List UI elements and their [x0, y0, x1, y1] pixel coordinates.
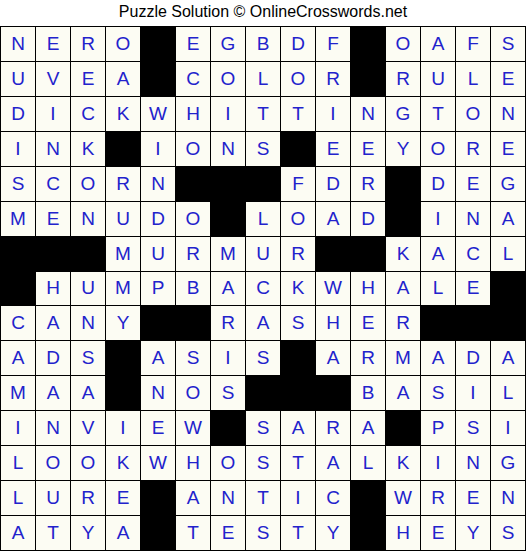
letter-cell: L [351, 446, 385, 480]
letter-cell: N [491, 481, 525, 515]
letter-cell: I [36, 97, 70, 131]
letter-cell: A [316, 446, 350, 480]
letter-cell: A [1, 341, 35, 375]
black-cell [141, 27, 175, 61]
letter-cell: R [386, 306, 420, 340]
letter-cell: K [386, 446, 420, 480]
letter-cell: A [211, 272, 245, 306]
letter-cell: C [71, 97, 105, 131]
letter-cell: L [1, 481, 35, 515]
letter-cell: T [421, 97, 455, 131]
black-cell [141, 306, 175, 340]
letter-cell: G [491, 167, 525, 201]
letter-cell: R [316, 62, 350, 96]
letter-cell: R [421, 481, 455, 515]
crossword-grid: NEROEGBDFOAFSUVEACOLORRULEDICKWHITTINGTO… [0, 26, 526, 551]
letter-cell: A [386, 376, 420, 410]
letter-cell: L [421, 272, 455, 306]
black-cell [316, 237, 350, 271]
letter-cell: I [491, 411, 525, 445]
letter-cell: D [281, 27, 315, 61]
letter-cell: W [176, 411, 210, 445]
letter-cell: D [36, 341, 70, 375]
letter-cell: C [176, 62, 210, 96]
letter-cell: A [246, 306, 280, 340]
letter-cell: I [141, 132, 175, 166]
letter-cell: A [386, 272, 420, 306]
letter-cell: O [386, 27, 420, 61]
puzzle-solution-page: Puzzle Solution © OnlineCrosswords.net N… [0, 0, 526, 551]
letter-cell: T [36, 516, 70, 550]
letter-cell: O [71, 167, 105, 201]
letter-cell: F [456, 27, 490, 61]
black-cell [491, 306, 525, 340]
letter-cell: M [1, 376, 35, 410]
letter-cell: A [421, 27, 455, 61]
letter-cell: A [421, 341, 455, 375]
letter-cell: S [491, 516, 525, 550]
letter-cell: A [1, 516, 35, 550]
letter-cell: N [36, 411, 70, 445]
black-cell [176, 167, 210, 201]
letter-cell: A [491, 202, 525, 236]
letter-cell: Y [316, 516, 350, 550]
letter-cell: N [36, 132, 70, 166]
letter-cell: S [421, 376, 455, 410]
letter-cell: M [211, 237, 245, 271]
letter-cell: I [421, 202, 455, 236]
black-cell [351, 62, 385, 96]
letter-cell: D [316, 167, 350, 201]
letter-cell: U [246, 237, 280, 271]
black-cell [106, 132, 140, 166]
letter-cell: E [106, 481, 140, 515]
letter-cell: M [386, 341, 420, 375]
letter-cell: P [421, 411, 455, 445]
letter-cell: H [176, 446, 210, 480]
letter-cell: L [456, 62, 490, 96]
letter-cell: O [176, 132, 210, 166]
black-cell [456, 306, 490, 340]
black-cell [106, 376, 140, 410]
letter-cell: I [281, 481, 315, 515]
letter-cell: S [246, 446, 280, 480]
letter-cell: N [456, 446, 490, 480]
letter-cell: R [71, 27, 105, 61]
letter-cell: A [36, 376, 70, 410]
letter-cell: S [491, 27, 525, 61]
black-cell [491, 272, 525, 306]
black-cell [246, 376, 280, 410]
letter-cell: E [491, 62, 525, 96]
letter-cell: L [491, 237, 525, 271]
letter-cell: G [386, 97, 420, 131]
letter-cell: T [281, 446, 315, 480]
letter-cell: T [281, 516, 315, 550]
letter-cell: T [246, 97, 280, 131]
letter-cell: S [246, 132, 280, 166]
letter-cell: Y [386, 132, 420, 166]
letter-cell: S [176, 341, 210, 375]
letter-cell: A [36, 306, 70, 340]
letter-cell: A [316, 341, 350, 375]
letter-cell: M [106, 272, 140, 306]
letter-cell: N [351, 97, 385, 131]
letter-cell: E [456, 481, 490, 515]
letter-cell: L [246, 202, 280, 236]
letter-cell: E [36, 27, 70, 61]
letter-cell: C [316, 481, 350, 515]
letter-cell: H [36, 272, 70, 306]
letter-cell: D [351, 202, 385, 236]
black-cell [421, 306, 455, 340]
letter-cell: L [246, 62, 280, 96]
black-cell [211, 202, 245, 236]
letter-cell: W [316, 272, 350, 306]
black-cell [316, 376, 350, 410]
letter-cell: U [36, 481, 70, 515]
letter-cell: V [36, 62, 70, 96]
letter-cell: W [386, 481, 420, 515]
letter-cell: E [316, 132, 350, 166]
letter-cell: C [456, 237, 490, 271]
letter-cell: A [351, 411, 385, 445]
letter-cell: C [36, 167, 70, 201]
letter-cell: G [491, 446, 525, 480]
letter-cell: O [176, 202, 210, 236]
letter-cell: E [176, 27, 210, 61]
letter-cell: R [211, 306, 245, 340]
black-cell [141, 516, 175, 550]
black-cell [71, 237, 105, 271]
letter-cell: O [456, 97, 490, 131]
letter-cell: S [246, 411, 280, 445]
letter-cell: Y [71, 516, 105, 550]
black-cell [106, 341, 140, 375]
letter-cell: N [141, 167, 175, 201]
letter-cell: R [351, 167, 385, 201]
letter-cell: S [281, 306, 315, 340]
letter-cell: I [211, 97, 245, 131]
black-cell [386, 167, 420, 201]
letter-cell: A [281, 411, 315, 445]
letter-cell: K [106, 446, 140, 480]
letter-cell: F [316, 27, 350, 61]
letter-cell: O [71, 446, 105, 480]
black-cell [36, 237, 70, 271]
letter-cell: S [246, 516, 280, 550]
letter-cell: U [141, 237, 175, 271]
letter-cell: N [71, 202, 105, 236]
letter-cell: D [421, 167, 455, 201]
letter-cell: B [176, 272, 210, 306]
black-cell [351, 237, 385, 271]
black-cell [281, 341, 315, 375]
black-cell [141, 481, 175, 515]
letter-cell: A [71, 376, 105, 410]
letter-cell: H [386, 516, 420, 550]
letter-cell: G [211, 27, 245, 61]
letter-cell: D [1, 97, 35, 131]
letter-cell: R [316, 411, 350, 445]
letter-cell: F [281, 167, 315, 201]
letter-cell: R [71, 481, 105, 515]
letter-cell: E [141, 411, 175, 445]
letter-cell: T [176, 516, 210, 550]
letter-cell: L [491, 376, 525, 410]
letter-cell: N [141, 376, 175, 410]
letter-cell: K [106, 97, 140, 131]
letter-cell: O [211, 446, 245, 480]
black-cell [1, 237, 35, 271]
letter-cell: E [351, 132, 385, 166]
letter-cell: O [281, 202, 315, 236]
letter-cell: N [1, 27, 35, 61]
letter-cell: S [71, 341, 105, 375]
black-cell [386, 202, 420, 236]
letter-cell: E [71, 62, 105, 96]
letter-cell: A [176, 481, 210, 515]
black-cell [386, 411, 420, 445]
letter-cell: S [1, 167, 35, 201]
letter-cell: H [176, 97, 210, 131]
letter-cell: S [456, 411, 490, 445]
black-cell [281, 132, 315, 166]
letter-cell: B [246, 27, 280, 61]
letter-cell: A [106, 516, 140, 550]
letter-cell: M [1, 202, 35, 236]
letter-cell: O [211, 62, 245, 96]
letter-cell: O [106, 27, 140, 61]
letter-cell: E [211, 516, 245, 550]
letter-cell: Y [106, 306, 140, 340]
black-cell [211, 411, 245, 445]
letter-cell: U [106, 202, 140, 236]
letter-cell: A [421, 237, 455, 271]
letter-cell: N [491, 97, 525, 131]
letter-cell: K [71, 132, 105, 166]
letter-cell: I [106, 411, 140, 445]
letter-cell: A [316, 202, 350, 236]
letter-cell: S [246, 341, 280, 375]
black-cell [1, 272, 35, 306]
letter-cell: O [281, 62, 315, 96]
letter-cell: H [316, 306, 350, 340]
letter-cell: I [456, 376, 490, 410]
letter-cell: L [1, 446, 35, 480]
black-cell [176, 306, 210, 340]
letter-cell: S [211, 376, 245, 410]
black-cell [211, 167, 245, 201]
letter-cell: U [71, 272, 105, 306]
letter-cell: T [246, 481, 280, 515]
letter-cell: U [421, 62, 455, 96]
letter-cell: Y [456, 516, 490, 550]
letter-cell: N [211, 132, 245, 166]
letter-cell: R [281, 237, 315, 271]
letter-cell: I [211, 341, 245, 375]
letter-cell: N [456, 202, 490, 236]
black-cell [351, 27, 385, 61]
letter-cell: E [456, 167, 490, 201]
letter-cell: R [386, 62, 420, 96]
letter-cell: T [281, 97, 315, 131]
letter-cell: E [36, 202, 70, 236]
letter-cell: A [141, 341, 175, 375]
letter-cell: W [141, 97, 175, 131]
letter-cell: C [246, 272, 280, 306]
letter-cell: V [71, 411, 105, 445]
page-title: Puzzle Solution © OnlineCrosswords.net [0, 0, 526, 26]
letter-cell: I [316, 97, 350, 131]
letter-cell: K [386, 237, 420, 271]
letter-cell: D [456, 341, 490, 375]
letter-cell: U [1, 62, 35, 96]
letter-cell: C [1, 306, 35, 340]
letter-cell: E [456, 272, 490, 306]
black-cell [281, 376, 315, 410]
letter-cell: N [211, 481, 245, 515]
letter-cell: P [141, 272, 175, 306]
black-cell [351, 481, 385, 515]
letter-cell: O [421, 132, 455, 166]
letter-cell: I [1, 132, 35, 166]
letter-cell: O [176, 376, 210, 410]
letter-cell: M [106, 237, 140, 271]
black-cell [351, 516, 385, 550]
black-cell [246, 167, 280, 201]
letter-cell: N [71, 306, 105, 340]
black-cell [141, 62, 175, 96]
letter-cell: I [1, 411, 35, 445]
letter-cell: E [421, 516, 455, 550]
letter-cell: A [106, 62, 140, 96]
letter-cell: R [456, 132, 490, 166]
letter-cell: E [351, 306, 385, 340]
letter-cell: B [351, 376, 385, 410]
letter-cell: A [491, 341, 525, 375]
letter-cell: I [421, 446, 455, 480]
letter-cell: K [281, 272, 315, 306]
letter-cell: R [176, 237, 210, 271]
letter-cell: O [36, 446, 70, 480]
letter-cell: R [106, 167, 140, 201]
letter-cell: E [491, 132, 525, 166]
letter-cell: R [351, 341, 385, 375]
letter-cell: H [351, 272, 385, 306]
letter-cell: W [141, 446, 175, 480]
letter-cell: D [141, 202, 175, 236]
